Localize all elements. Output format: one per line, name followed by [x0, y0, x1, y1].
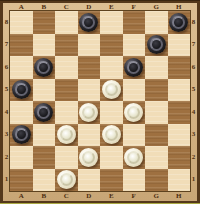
rank-label-3: 3 — [190, 124, 197, 147]
square-f2[interactable] — [123, 146, 146, 169]
square-a8[interactable] — [10, 11, 33, 34]
piece-ring — [172, 16, 185, 29]
piece-ring — [127, 151, 140, 164]
square-b3[interactable] — [33, 124, 56, 147]
piece-ring — [82, 106, 95, 119]
file-label-c: C — [55, 191, 78, 201]
black-man-a5[interactable] — [12, 80, 31, 99]
rank-label-7: 7 — [3, 34, 10, 57]
piece-ring — [150, 38, 163, 51]
square-h2[interactable] — [168, 146, 191, 169]
rank-label-5: 5 — [3, 79, 10, 102]
rank-labels-left: 87654321 — [3, 11, 10, 191]
white-man-e3[interactable] — [102, 125, 121, 144]
rank-label-1: 1 — [190, 169, 197, 192]
square-d1[interactable] — [78, 169, 101, 192]
piece-ring — [82, 151, 95, 164]
square-b5[interactable] — [33, 79, 56, 102]
white-man-d2[interactable] — [79, 148, 98, 167]
rank-label-5: 5 — [190, 79, 197, 102]
square-c8[interactable] — [55, 11, 78, 34]
square-f3[interactable] — [123, 124, 146, 147]
square-h6[interactable] — [168, 56, 191, 79]
square-e3[interactable] — [100, 124, 123, 147]
black-man-f6[interactable] — [124, 58, 143, 77]
piece-ring — [15, 128, 28, 141]
square-g6[interactable] — [145, 56, 168, 79]
square-g3[interactable] — [145, 124, 168, 147]
white-man-c1[interactable] — [57, 170, 76, 189]
square-e7[interactable] — [100, 34, 123, 57]
piece-ring — [37, 106, 50, 119]
square-c3[interactable] — [55, 124, 78, 147]
white-man-e5[interactable] — [102, 80, 121, 99]
black-man-g7[interactable] — [147, 35, 166, 54]
square-g8[interactable] — [145, 11, 168, 34]
square-d2[interactable] — [78, 146, 101, 169]
file-label-h: H — [168, 3, 191, 11]
square-a4[interactable] — [10, 101, 33, 124]
square-b6[interactable] — [33, 56, 56, 79]
rank-label-7: 7 — [190, 34, 197, 57]
rank-label-8: 8 — [3, 11, 10, 34]
black-man-b4[interactable] — [34, 103, 53, 122]
rank-label-4: 4 — [190, 101, 197, 124]
square-a3[interactable] — [10, 124, 33, 147]
square-e1[interactable] — [100, 169, 123, 192]
square-f7[interactable] — [123, 34, 146, 57]
file-labels-top: ABCDEFGH — [10, 3, 190, 11]
file-label-a: A — [10, 3, 33, 11]
black-man-a3[interactable] — [12, 125, 31, 144]
square-e5[interactable] — [100, 79, 123, 102]
checkers-board — [10, 11, 190, 191]
rank-label-2: 2 — [3, 146, 10, 169]
square-f5[interactable] — [123, 79, 146, 102]
rank-label-6: 6 — [190, 56, 197, 79]
file-label-b: B — [33, 3, 56, 11]
file-label-e: E — [100, 3, 123, 11]
square-b8[interactable] — [33, 11, 56, 34]
file-label-f: F — [123, 3, 146, 11]
piece-ring — [37, 61, 50, 74]
square-g5[interactable] — [145, 79, 168, 102]
rank-label-4: 4 — [3, 101, 10, 124]
piece-ring — [60, 173, 73, 186]
square-e8[interactable] — [100, 11, 123, 34]
file-label-d: D — [78, 191, 101, 201]
checkers-game: ABCDEFGH 87654321 87654321 ABCDEFGH — [0, 0, 200, 204]
rank-label-3: 3 — [3, 124, 10, 147]
rank-label-6: 6 — [3, 56, 10, 79]
square-f1[interactable] — [123, 169, 146, 192]
square-g2[interactable] — [145, 146, 168, 169]
piece-ring — [105, 83, 118, 96]
square-b4[interactable] — [33, 101, 56, 124]
white-man-d4[interactable] — [79, 103, 98, 122]
square-h4[interactable] — [168, 101, 191, 124]
square-c2[interactable] — [55, 146, 78, 169]
black-man-d8[interactable] — [79, 13, 98, 32]
square-e6[interactable] — [100, 56, 123, 79]
square-a7[interactable] — [10, 34, 33, 57]
square-g1[interactable] — [145, 169, 168, 192]
square-d8[interactable] — [78, 11, 101, 34]
square-g4[interactable] — [145, 101, 168, 124]
square-d5[interactable] — [78, 79, 101, 102]
file-label-g: G — [145, 191, 168, 201]
file-label-c: C — [55, 3, 78, 11]
white-man-f4[interactable] — [124, 103, 143, 122]
file-label-g: G — [145, 3, 168, 11]
rank-labels-right: 87654321 — [190, 11, 197, 191]
square-h7[interactable] — [168, 34, 191, 57]
square-c6[interactable] — [55, 56, 78, 79]
piece-ring — [15, 83, 28, 96]
black-man-h8[interactable] — [169, 13, 188, 32]
file-labels-bottom: ABCDEFGH — [10, 191, 190, 201]
square-e4[interactable] — [100, 101, 123, 124]
square-d6[interactable] — [78, 56, 101, 79]
file-label-e: E — [100, 191, 123, 201]
rank-label-1: 1 — [3, 169, 10, 192]
square-c1[interactable] — [55, 169, 78, 192]
rank-label-2: 2 — [190, 146, 197, 169]
square-h5[interactable] — [168, 79, 191, 102]
piece-ring — [82, 16, 95, 29]
piece-ring — [127, 106, 140, 119]
square-h3[interactable] — [168, 124, 191, 147]
square-f4[interactable] — [123, 101, 146, 124]
black-man-b6[interactable] — [34, 58, 53, 77]
square-a5[interactable] — [10, 79, 33, 102]
rank-label-8: 8 — [190, 11, 197, 34]
square-g7[interactable] — [145, 34, 168, 57]
square-d7[interactable] — [78, 34, 101, 57]
square-h8[interactable] — [168, 11, 191, 34]
square-a1[interactable] — [10, 169, 33, 192]
file-label-h: H — [168, 191, 191, 201]
square-a2[interactable] — [10, 146, 33, 169]
file-label-d: D — [78, 3, 101, 11]
square-c7[interactable] — [55, 34, 78, 57]
square-c4[interactable] — [55, 101, 78, 124]
piece-ring — [127, 61, 140, 74]
square-f6[interactable] — [123, 56, 146, 79]
square-e2[interactable] — [100, 146, 123, 169]
square-b1[interactable] — [33, 169, 56, 192]
board-margin: ABCDEFGH 87654321 87654321 ABCDEFGH — [3, 3, 197, 201]
white-man-c3[interactable] — [57, 125, 76, 144]
square-a6[interactable] — [10, 56, 33, 79]
square-d3[interactable] — [78, 124, 101, 147]
square-b2[interactable] — [33, 146, 56, 169]
square-c5[interactable] — [55, 79, 78, 102]
white-man-f2[interactable] — [124, 148, 143, 167]
file-label-b: B — [33, 191, 56, 201]
square-b7[interactable] — [33, 34, 56, 57]
file-label-a: A — [10, 191, 33, 201]
piece-ring — [105, 128, 118, 141]
square-f8[interactable] — [123, 11, 146, 34]
file-label-f: F — [123, 191, 146, 201]
piece-ring — [60, 128, 73, 141]
square-h1[interactable] — [168, 169, 191, 192]
square-d4[interactable] — [78, 101, 101, 124]
